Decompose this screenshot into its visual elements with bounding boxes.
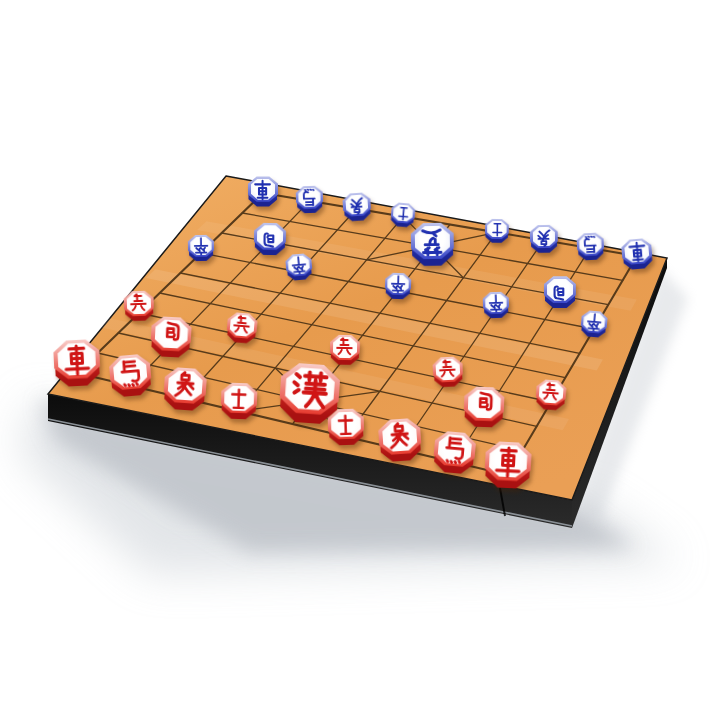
piece-blue-sa[interactable] xyxy=(485,218,509,242)
glyph-byeong xyxy=(231,314,254,337)
glyph-byeong xyxy=(334,337,355,359)
piece-blue-che[interactable] xyxy=(248,176,278,206)
glyph-ma xyxy=(580,235,600,255)
glyph-che xyxy=(252,179,273,201)
glyph-byeong xyxy=(540,381,562,404)
glyph-che xyxy=(491,445,525,480)
piece-blue-jol[interactable] xyxy=(482,292,509,319)
glyph-jol xyxy=(289,256,309,276)
glyph-sang xyxy=(169,370,201,402)
piece-red-byeong[interactable] xyxy=(226,312,258,344)
piece-blue-sang[interactable] xyxy=(342,192,372,222)
glyph-ma xyxy=(300,188,320,208)
glyph-sa xyxy=(333,411,359,438)
piece-red-ma[interactable] xyxy=(432,430,476,474)
piece-red-byeong[interactable] xyxy=(330,335,360,365)
piece-blue-jol[interactable] xyxy=(188,235,214,261)
piece-blue-po[interactable] xyxy=(254,222,286,254)
glyph-sang xyxy=(534,227,554,247)
piece-red-byeong[interactable] xyxy=(124,290,155,321)
piece-red-po[interactable] xyxy=(149,316,191,358)
piece-blue-che[interactable] xyxy=(621,238,654,271)
piece-red-sang[interactable] xyxy=(378,417,423,462)
piece-blue-ma[interactable] xyxy=(296,185,324,213)
glyph-cho xyxy=(417,227,447,258)
glyph-po xyxy=(549,279,571,302)
piece-red-che[interactable] xyxy=(53,339,101,387)
glyph-sang xyxy=(384,421,416,453)
glyph-jol xyxy=(388,275,407,294)
glyph-sa xyxy=(226,385,252,412)
piece-red-ma[interactable] xyxy=(109,354,153,398)
glyph-jol xyxy=(584,313,604,333)
glyph-che xyxy=(625,241,648,264)
piece-blue-jol[interactable] xyxy=(580,310,608,338)
glyph-sa xyxy=(488,220,505,237)
glyph-byeong xyxy=(128,293,150,315)
piece-red-po[interactable] xyxy=(464,386,506,428)
glyph-sang xyxy=(346,195,367,216)
piece-red-sa[interactable] xyxy=(328,408,365,445)
glyph-ma xyxy=(115,357,146,389)
glyph-po xyxy=(259,225,282,248)
piece-blue-jol[interactable] xyxy=(285,253,313,281)
piece-blue-sang[interactable] xyxy=(529,224,557,252)
piece-blue-ma[interactable] xyxy=(576,232,604,260)
glyph-po xyxy=(470,389,499,419)
glyph-jol xyxy=(486,294,505,313)
piece-red-byeong[interactable] xyxy=(535,379,567,411)
glyph-ma xyxy=(439,434,470,466)
glyph-po xyxy=(156,319,186,349)
piece-red-sang[interactable] xyxy=(162,366,207,411)
piece-blue-jol[interactable] xyxy=(384,273,411,300)
glyph-che xyxy=(60,343,94,378)
glyph-sa xyxy=(394,204,412,223)
product-photo-scene xyxy=(0,0,712,712)
glyph-byeong xyxy=(437,359,459,382)
piece-blue-cho[interactable] xyxy=(411,223,455,267)
piece-blue-po[interactable] xyxy=(544,276,576,308)
glyph-han xyxy=(288,368,332,413)
piece-red-che[interactable] xyxy=(484,441,532,489)
piece-red-byeong[interactable] xyxy=(432,357,463,388)
piece-red-sa[interactable] xyxy=(220,382,257,419)
glyph-jol xyxy=(192,237,211,256)
